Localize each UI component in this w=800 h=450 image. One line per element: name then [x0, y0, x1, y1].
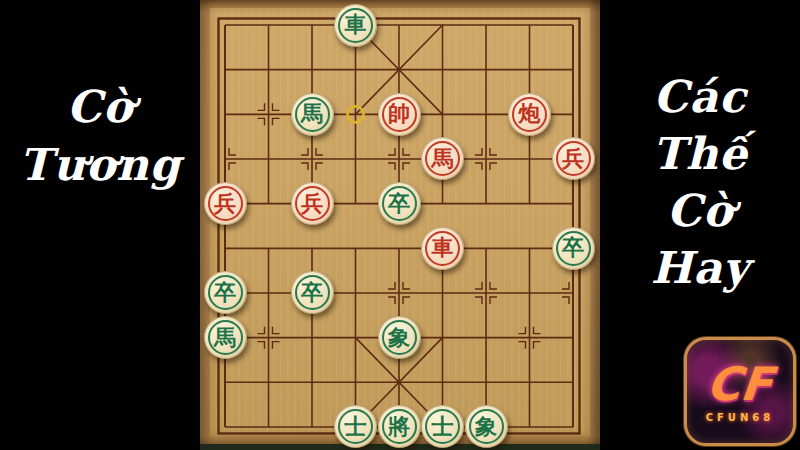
piece-green-chariot[interactable]: 車 [334, 4, 377, 47]
piece-glyph: 卒 [388, 193, 410, 215]
piece-green-pawn[interactable]: 卒 [552, 227, 595, 270]
piece-glyph: 兵 [562, 148, 584, 170]
piece-glyph: 卒 [214, 282, 236, 304]
piece-glyph: 士 [345, 416, 367, 438]
logo-monogram: CF [705, 361, 775, 407]
screenshot-stage: Cờ Tương 車馬帥炮馬兵兵兵卒車卒卒卒馬象士將士象 Các Thế Cờ … [0, 0, 800, 450]
piece-glyph: 兵 [301, 193, 323, 215]
piece-green-elephant[interactable]: 象 [378, 316, 421, 359]
piece-glyph: 馬 [301, 103, 323, 125]
cfun68-logo: CF CFUN68 [684, 337, 796, 446]
piece-green-elephant[interactable]: 象 [465, 405, 508, 448]
board-grid [200, 0, 600, 450]
caption-line: Các [600, 68, 800, 125]
piece-glyph: 將 [388, 416, 410, 438]
xiangqi-board: 車馬帥炮馬兵兵兵卒車卒卒卒馬象士將士象 [200, 0, 600, 450]
caption-co-tuong: Cờ Tương [0, 78, 200, 194]
piece-glyph: 馬 [432, 148, 454, 170]
piece-red-pawn[interactable]: 兵 [204, 182, 247, 225]
caption-line: Thế [600, 125, 800, 182]
piece-green-pawn[interactable]: 卒 [204, 271, 247, 314]
piece-glyph: 車 [345, 14, 367, 36]
caption-line: Cờ [600, 182, 800, 239]
caption-line: Cờ [0, 78, 200, 136]
piece-glyph: 象 [475, 416, 497, 438]
piece-glyph: 卒 [301, 282, 323, 304]
piece-glyph: 帥 [388, 103, 410, 125]
piece-glyph: 象 [388, 327, 410, 349]
piece-red-general[interactable]: 帥 [378, 93, 421, 136]
piece-red-cannon[interactable]: 炮 [508, 93, 551, 136]
piece-glyph: 炮 [519, 103, 541, 125]
caption-cac-the-co-hay: Các Thế Cờ Hay [600, 68, 800, 296]
piece-glyph: 兵 [214, 193, 236, 215]
piece-glyph: 卒 [562, 237, 584, 259]
piece-red-chariot[interactable]: 車 [421, 227, 464, 270]
caption-line: Tương [0, 136, 200, 194]
caption-line: Hay [600, 239, 800, 296]
piece-glyph: 士 [432, 416, 454, 438]
piece-green-horse[interactable]: 馬 [204, 316, 247, 359]
piece-red-pawn[interactable]: 兵 [291, 182, 334, 225]
piece-red-pawn[interactable]: 兵 [552, 137, 595, 180]
piece-glyph: 車 [432, 237, 454, 259]
piece-green-horse[interactable]: 馬 [291, 93, 334, 136]
piece-green-general[interactable]: 將 [378, 405, 421, 448]
piece-glyph: 馬 [214, 327, 236, 349]
logo-brand-text: CFUN68 [706, 412, 775, 423]
piece-green-pawn[interactable]: 卒 [378, 182, 421, 225]
piece-green-pawn[interactable]: 卒 [291, 271, 334, 314]
